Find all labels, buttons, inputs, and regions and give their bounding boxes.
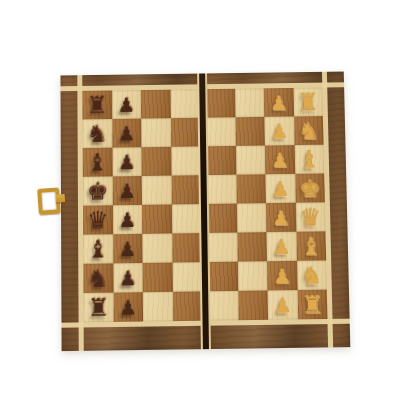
board-left-half: ♜♟♞♟♝♟♚♟♛♟♝♟♞♟♜♟ xyxy=(60,74,202,352)
square-d3[interactable] xyxy=(236,203,266,232)
square-c2[interactable]: ♟ xyxy=(266,232,296,262)
piece-bB[interactable]: ♝ xyxy=(83,234,113,264)
piece-wN[interactable]: ♞ xyxy=(297,260,327,290)
square-b4[interactable] xyxy=(208,262,238,292)
square-f4[interactable] xyxy=(206,146,236,175)
square-d6[interactable] xyxy=(142,204,172,233)
piece-wP[interactable]: ♟ xyxy=(264,116,294,145)
piece-wP[interactable]: ♟ xyxy=(265,145,295,174)
square-e4[interactable] xyxy=(207,175,237,204)
square-f1[interactable]: ♝ xyxy=(294,145,324,174)
square-a4[interactable] xyxy=(208,291,238,321)
square-c7[interactable]: ♟ xyxy=(113,234,143,264)
square-c1[interactable]: ♝ xyxy=(296,231,326,261)
square-f6[interactable] xyxy=(141,147,171,176)
square-g1[interactable]: ♞ xyxy=(294,116,324,145)
square-h2[interactable]: ♟ xyxy=(264,88,294,117)
square-b6[interactable] xyxy=(143,263,173,293)
square-g4[interactable] xyxy=(206,117,236,146)
squares-left: ♜♟♞♟♝♟♚♟♛♟♝♟♞♟♜♟ xyxy=(82,89,202,322)
square-g7[interactable]: ♟ xyxy=(112,119,142,148)
square-a1[interactable]: ♜ xyxy=(297,290,327,320)
piece-wP[interactable]: ♟ xyxy=(266,232,296,262)
piece-wK[interactable]: ♚ xyxy=(295,173,325,202)
square-b1[interactable]: ♞ xyxy=(297,260,327,290)
square-d1[interactable]: ♛ xyxy=(295,202,325,231)
square-b5[interactable] xyxy=(172,262,202,292)
photo-scene: ♜♟♞♟♝♟♚♟♛♟♝♟♞♟♜♟ ♟♜♟♞♟♝♟♚♟♛♟♝♟♞♟♜ xyxy=(0,0,416,416)
piece-bR[interactable]: ♜ xyxy=(83,293,113,323)
square-c4[interactable] xyxy=(207,233,237,263)
square-e8[interactable]: ♚ xyxy=(83,176,113,205)
square-d5[interactable] xyxy=(171,204,201,233)
square-c6[interactable] xyxy=(142,233,172,263)
piece-wR[interactable]: ♜ xyxy=(297,290,327,320)
square-b3[interactable] xyxy=(237,261,267,291)
piece-bK[interactable]: ♚ xyxy=(83,176,113,205)
piece-wP[interactable]: ♟ xyxy=(267,290,297,320)
square-e6[interactable] xyxy=(142,176,172,205)
piece-bB[interactable]: ♝ xyxy=(83,148,113,177)
square-f8[interactable]: ♝ xyxy=(83,148,113,177)
square-c5[interactable] xyxy=(172,233,202,263)
piece-bN[interactable]: ♞ xyxy=(83,263,113,293)
square-b2[interactable]: ♟ xyxy=(267,261,297,291)
piece-bP[interactable]: ♟ xyxy=(112,205,142,234)
piece-bQ[interactable]: ♛ xyxy=(83,205,113,234)
square-f3[interactable] xyxy=(235,146,265,175)
square-a2[interactable]: ♟ xyxy=(267,290,297,320)
piece-bP[interactable]: ♟ xyxy=(113,234,143,264)
brass-clasp-icon xyxy=(37,185,65,217)
piece-wR[interactable]: ♜ xyxy=(293,88,323,117)
square-g3[interactable] xyxy=(235,117,265,146)
piece-bP[interactable]: ♟ xyxy=(112,147,142,176)
piece-wB[interactable]: ♝ xyxy=(296,231,326,261)
squares-right: ♟♜♟♞♟♝♟♚♟♛♟♝♟♞♟♜ xyxy=(205,88,327,321)
square-f7[interactable]: ♟ xyxy=(112,147,142,176)
square-h4[interactable] xyxy=(205,89,235,118)
square-h3[interactable] xyxy=(235,88,265,117)
square-g2[interactable]: ♟ xyxy=(264,116,294,145)
square-b7[interactable]: ♟ xyxy=(113,263,143,293)
square-g5[interactable] xyxy=(170,118,200,147)
square-e3[interactable] xyxy=(236,174,266,203)
square-e5[interactable] xyxy=(171,175,201,204)
square-h5[interactable] xyxy=(170,89,200,118)
piece-bP[interactable]: ♟ xyxy=(113,263,143,293)
clasp-stem xyxy=(56,194,66,203)
square-d4[interactable] xyxy=(207,204,237,233)
piece-wN[interactable]: ♞ xyxy=(294,116,324,145)
piece-wB[interactable]: ♝ xyxy=(294,145,324,174)
square-e2[interactable]: ♟ xyxy=(265,174,295,203)
square-a8[interactable]: ♜ xyxy=(83,293,113,323)
board-right-half: ♟♜♟♞♟♝♟♚♟♛♟♝♟♞♟♜ xyxy=(205,72,350,350)
square-c8[interactable]: ♝ xyxy=(83,234,113,264)
square-b8[interactable]: ♞ xyxy=(83,263,113,293)
square-e7[interactable]: ♟ xyxy=(112,176,142,205)
chess-board: ♜♟♞♟♝♟♚♟♛♟♝♟♞♟♜♟ ♟♜♟♞♟♝♟♚♟♛♟♝♟♞♟♜ xyxy=(60,72,350,352)
piece-bN[interactable]: ♞ xyxy=(82,119,112,148)
square-h6[interactable] xyxy=(141,90,171,119)
square-h7[interactable]: ♟ xyxy=(112,90,142,119)
square-a3[interactable] xyxy=(238,290,268,320)
square-d2[interactable]: ♟ xyxy=(266,203,296,232)
square-f2[interactable]: ♟ xyxy=(265,145,295,174)
square-g6[interactable] xyxy=(141,118,171,147)
piece-bP[interactable]: ♟ xyxy=(112,90,142,119)
piece-bP[interactable]: ♟ xyxy=(113,292,143,322)
piece-wQ[interactable]: ♛ xyxy=(295,202,325,231)
square-e1[interactable]: ♚ xyxy=(295,173,325,202)
square-c3[interactable] xyxy=(237,232,267,262)
piece-bP[interactable]: ♟ xyxy=(112,119,142,148)
piece-bP[interactable]: ♟ xyxy=(112,176,142,205)
square-f5[interactable] xyxy=(171,146,201,175)
square-d8[interactable]: ♛ xyxy=(83,205,113,234)
piece-wP[interactable]: ♟ xyxy=(264,88,294,117)
square-d7[interactable]: ♟ xyxy=(112,205,142,234)
square-h1[interactable]: ♜ xyxy=(293,88,323,117)
square-h8[interactable]: ♜ xyxy=(82,90,111,119)
square-g8[interactable]: ♞ xyxy=(82,119,112,148)
square-a7[interactable]: ♟ xyxy=(113,292,143,322)
piece-wP[interactable]: ♟ xyxy=(265,174,295,203)
piece-wP[interactable]: ♟ xyxy=(267,261,297,291)
piece-bR[interactable]: ♜ xyxy=(82,90,111,119)
square-a6[interactable] xyxy=(143,292,173,322)
piece-wP[interactable]: ♟ xyxy=(266,203,296,232)
square-a5[interactable] xyxy=(172,291,202,321)
